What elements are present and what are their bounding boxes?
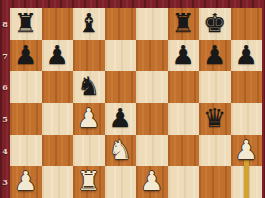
square-d3[interactable] [105, 166, 137, 198]
square-c4[interactable] [73, 135, 105, 167]
piece-black-rook-f8[interactable]: ♜ [168, 8, 200, 40]
square-b6[interactable] [42, 71, 74, 103]
square-e8[interactable] [136, 8, 168, 40]
square-g7[interactable]: ♟ [199, 40, 231, 72]
square-b7[interactable]: ♟ [42, 40, 74, 72]
square-a8[interactable]: ♜ [10, 8, 42, 40]
piece-white-rook-c3[interactable]: ♜ [73, 166, 105, 198]
square-h8[interactable] [231, 8, 263, 40]
piece-black-pawn-f7[interactable]: ♟ [168, 40, 200, 72]
square-b4[interactable] [42, 135, 74, 167]
square-h5[interactable] [231, 103, 263, 135]
square-a4[interactable] [10, 135, 42, 167]
piece-black-pawn-b7[interactable]: ♟ [42, 40, 74, 72]
piece-black-queen-g5[interactable]: ♛ [199, 103, 231, 135]
piece-black-bishop-c8[interactable]: ♝ [73, 8, 105, 40]
square-d4[interactable]: ♞ [105, 135, 137, 167]
square-e3[interactable]: ♟ [136, 166, 168, 198]
rank-label-7: 7 [0, 40, 10, 72]
square-b3[interactable] [42, 166, 74, 198]
square-d5[interactable]: ♟ [105, 103, 137, 135]
square-a3[interactable]: ♟ [10, 166, 42, 198]
square-e6[interactable] [136, 71, 168, 103]
square-f4[interactable] [168, 135, 200, 167]
rank-label-5: 5 [0, 103, 10, 135]
piece-black-pawn-d5[interactable]: ♟ [105, 103, 137, 135]
piece-black-pawn-g7[interactable]: ♟ [199, 40, 231, 72]
square-f5[interactable] [168, 103, 200, 135]
piece-white-knight-d4[interactable]: ♞ [105, 135, 137, 167]
square-g8[interactable]: ♚ [199, 8, 231, 40]
piece-white-pawn-h4[interactable]: ♟ [231, 135, 263, 167]
square-a6[interactable] [10, 71, 42, 103]
rank-labels: 876543 [0, 8, 10, 198]
square-h6[interactable] [231, 71, 263, 103]
square-e7[interactable] [136, 40, 168, 72]
rank-label-6: 6 [0, 71, 10, 103]
square-c6[interactable]: ♞ [73, 71, 105, 103]
piece-black-king-g8[interactable]: ♚ [199, 8, 231, 40]
square-g4[interactable] [199, 135, 231, 167]
square-f8[interactable]: ♜ [168, 8, 200, 40]
piece-black-rook-a8[interactable]: ♜ [10, 8, 42, 40]
piece-black-knight-c6[interactable]: ♞ [73, 71, 105, 103]
square-f3[interactable] [168, 166, 200, 198]
square-h4[interactable]: ♟ [231, 135, 263, 167]
square-f6[interactable] [168, 71, 200, 103]
square-a5[interactable] [10, 103, 42, 135]
square-g5[interactable]: ♛ [199, 103, 231, 135]
square-d7[interactable] [105, 40, 137, 72]
square-c3[interactable]: ♜ [73, 166, 105, 198]
piece-white-pawn-c5[interactable]: ♟ [73, 103, 105, 135]
square-c7[interactable] [73, 40, 105, 72]
rank-label-3: 3 [0, 166, 10, 198]
square-c8[interactable]: ♝ [73, 8, 105, 40]
piece-white-pawn-a3[interactable]: ♟ [10, 166, 42, 198]
chess-board-frame: 876543 ♜♝♜♚♟♟♟♟♟♞♟♟♛♞♟♟♜♟ [0, 0, 265, 198]
square-g6[interactable] [199, 71, 231, 103]
piece-white-pawn-e3[interactable]: ♟ [136, 166, 168, 198]
square-c5[interactable]: ♟ [73, 103, 105, 135]
square-e4[interactable] [136, 135, 168, 167]
square-b5[interactable] [42, 103, 74, 135]
rank-label-4: 4 [0, 135, 10, 167]
square-f7[interactable]: ♟ [168, 40, 200, 72]
square-d8[interactable] [105, 8, 137, 40]
piece-black-pawn-a7[interactable]: ♟ [10, 40, 42, 72]
rank-label-8: 8 [0, 8, 10, 40]
piece-black-pawn-h7[interactable]: ♟ [231, 40, 263, 72]
board: ♜♝♜♚♟♟♟♟♟♞♟♟♛♞♟♟♜♟ [10, 8, 262, 198]
square-h7[interactable]: ♟ [231, 40, 263, 72]
square-g3[interactable] [199, 166, 231, 198]
square-b8[interactable] [42, 8, 74, 40]
square-e5[interactable] [136, 103, 168, 135]
square-d6[interactable] [105, 71, 137, 103]
square-a7[interactable]: ♟ [10, 40, 42, 72]
